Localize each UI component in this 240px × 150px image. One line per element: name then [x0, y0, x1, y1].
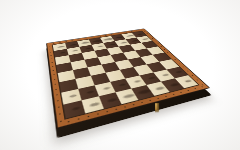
- photo-canvas: ♜♞♝♛♚♝♞♜♟♟♟♟♟♟♟♟♟♟♟♟♟♟♟♟♜♞♝♛♚♝♞♜: [0, 0, 240, 150]
- white-rook[interactable]: ♜: [66, 92, 82, 110]
- white-bishop[interactable]: ♝: [100, 80, 120, 102]
- clasp-latch-icon: [152, 101, 159, 111]
- scene-perspective: ♜♞♝♛♚♝♞♜♟♟♟♟♟♟♟♟♟♟♟♟♟♟♟♟♜♞♝♛♚♝♞♜: [0, 0, 240, 150]
- white-rook[interactable]: ♜: [179, 66, 193, 82]
- chess-board: ♜♞♝♛♚♝♞♜♟♟♟♟♟♟♟♟♟♟♟♟♟♟♟♟♜♞♝♛♚♝♞♜: [46, 28, 210, 129]
- white-knight[interactable]: ♞: [84, 86, 102, 106]
